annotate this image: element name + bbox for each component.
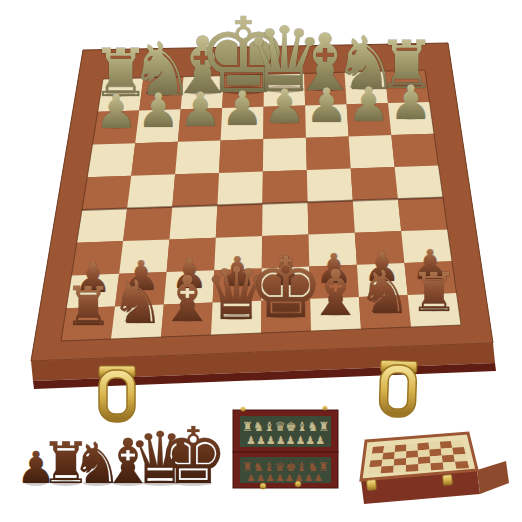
- board-clasp: [99, 366, 135, 418]
- closed-case-side: [477, 461, 509, 494]
- piece-copper-bishop-f1: ♝: [307, 256, 364, 330]
- closed-case-thumbnail: [361, 433, 509, 504]
- square-h4: [398, 198, 448, 232]
- case-piece-row: ♜♞♝♛♚♝♞♜: [242, 419, 329, 434]
- case-hinge: [323, 406, 328, 411]
- square-b5: [127, 174, 175, 208]
- square-g4: [353, 199, 401, 233]
- square-f5: [307, 169, 353, 203]
- open-case-thumbnail: ♜♞♝♛♚♝♞♜♟♟♟♟♟♟♟♟♜♞♝♛♚♝♞♜♟♟♟♟♟♟♟♟: [233, 406, 338, 490]
- piece-lineup-thumbnail: ♟♜♞♝♛♚: [16, 411, 228, 501]
- piece-brass-pawn-b7: ♟: [137, 83, 180, 138]
- piece-brass-pawn-d7: ♟: [221, 81, 264, 136]
- board-clasp: [379, 360, 417, 413]
- square-c4: [169, 205, 217, 239]
- square-h5: [395, 166, 443, 200]
- square-d4: [216, 204, 263, 238]
- case-piece-row: ♟♟♟♟♟♟♟♟: [246, 434, 325, 447]
- closed-case-clasp: [443, 475, 453, 486]
- square-c6: [175, 141, 221, 175]
- piece-copper-rook-h1: ♜: [410, 261, 458, 324]
- case-hinge: [241, 407, 246, 412]
- square-c5: [172, 173, 219, 207]
- square-g5: [351, 167, 398, 201]
- square-d6: [219, 139, 263, 173]
- square-a5: [82, 176, 131, 210]
- square-b4: [123, 207, 172, 241]
- square-f6: [306, 136, 351, 170]
- piece-brass-pawn-f7: ♟: [305, 78, 348, 133]
- square-f4: [308, 201, 355, 235]
- piece-brass-pawn-e7: ♟: [263, 79, 306, 134]
- square-g6: [349, 135, 395, 168]
- case-clasp: [295, 481, 301, 487]
- scene-svg: ♜♞♝♚♛♝♞♜♟♟♟♟♟♟♟♟♟♟♟♟♟♟♟♟♜♞♝♛♚♝♞♜♟♜♞♝♛♚♜♞…: [0, 0, 522, 522]
- square-b6: [131, 142, 178, 176]
- piece-brass-pawn-a7: ♟: [95, 84, 138, 139]
- square-e5: [263, 170, 308, 204]
- case-piece-row: ♟♟♟♟♟♟♟♟: [246, 473, 323, 483]
- square-e4: [262, 202, 308, 236]
- piece-brass-pawn-g7: ♟: [347, 77, 390, 132]
- case-piece-row: ♜♞♝♛♚♝♞♜: [242, 460, 329, 474]
- piece-copper-rook-a1: ♜: [64, 275, 112, 338]
- piece-brass-pawn-c7: ♟: [179, 82, 222, 137]
- square-a4: [77, 208, 127, 242]
- piece-copper-knight-b1: ♞: [111, 267, 165, 337]
- piece-brass-pawn-h7: ♟: [389, 75, 432, 130]
- chess-set-product-photo: ♜♞♝♚♛♝♞♜♟♟♟♟♟♟♟♟♟♟♟♟♟♟♟♟♜♞♝♛♚♝♞♜♟♜♞♝♛♚♜♞…: [0, 0, 522, 522]
- closed-case-clasp: [367, 480, 377, 491]
- square-h6: [391, 134, 438, 167]
- square-d5: [217, 171, 263, 205]
- lineup-piece-5: ♚: [158, 411, 228, 501]
- square-a6: [87, 143, 135, 177]
- square-e6: [263, 138, 307, 172]
- piece-copper-knight-g1: ♞: [358, 257, 412, 327]
- case-clasp: [260, 483, 266, 489]
